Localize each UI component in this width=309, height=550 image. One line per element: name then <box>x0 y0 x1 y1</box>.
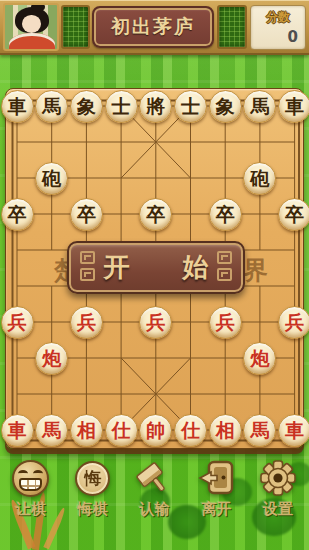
settings-button[interactable]: 设置 <box>247 456 309 526</box>
piece-black-馬[interactable]: 馬 <box>35 90 68 123</box>
piece-black-卒[interactable]: 卒 <box>278 198 309 231</box>
piece-red-炮[interactable]: 炮 <box>243 342 276 375</box>
bamboo-mat-panel-right <box>217 5 247 49</box>
start-button-label: 开 始 <box>81 250 230 285</box>
piece-black-卒[interactable]: 卒 <box>70 198 103 231</box>
player-avatar <box>3 3 59 51</box>
rank-title-panel: 初出茅庐 <box>92 6 214 48</box>
avatar-face <box>22 15 41 33</box>
piece-red-炮[interactable]: 炮 <box>35 342 68 375</box>
piece-red-兵[interactable]: 兵 <box>139 306 172 339</box>
rank-title: 初出茅庐 <box>111 14 195 40</box>
grin-face-icon <box>12 460 49 497</box>
piece-black-卒[interactable]: 卒 <box>209 198 242 231</box>
piece-red-兵[interactable]: 兵 <box>278 306 309 339</box>
undo-move-button[interactable]: 悔 悔棋 <box>62 456 124 526</box>
piece-black-士[interactable]: 士 <box>174 90 207 123</box>
piece-black-卒[interactable]: 卒 <box>139 198 172 231</box>
top-bar: 初出茅庐 分数 0 <box>0 0 309 55</box>
gear-icon <box>257 457 299 499</box>
avatar-robe <box>9 33 55 51</box>
piece-red-兵[interactable]: 兵 <box>209 306 242 339</box>
settings-label: 设置 <box>263 500 293 519</box>
undo-move-label: 悔棋 <box>78 500 108 519</box>
piece-red-車[interactable]: 車 <box>278 414 309 447</box>
white-flag-icon <box>133 457 175 499</box>
bottom-toolbar: 让棋 悔 悔棋 认输 <box>0 456 309 526</box>
concede-label: 让棋 <box>16 500 46 519</box>
piece-black-卒[interactable]: 卒 <box>1 198 34 231</box>
piece-black-車[interactable]: 車 <box>278 90 309 123</box>
piece-red-帥[interactable]: 帥 <box>139 414 172 447</box>
score-value: 0 <box>288 28 298 46</box>
resign-label: 认输 <box>139 500 169 519</box>
piece-red-相[interactable]: 相 <box>70 414 103 447</box>
leave-label: 离开 <box>201 500 231 519</box>
piece-black-砲[interactable]: 砲 <box>243 162 276 195</box>
piece-black-將[interactable]: 將 <box>139 90 172 123</box>
xiangqi-app: 初出茅庐 分数 0 <box>0 0 309 550</box>
meander-decor-right-icon <box>217 251 232 281</box>
piece-black-士[interactable]: 士 <box>105 90 138 123</box>
piece-red-仕[interactable]: 仕 <box>174 414 207 447</box>
leave-button[interactable]: 离开 <box>185 456 247 526</box>
piece-black-砲[interactable]: 砲 <box>35 162 68 195</box>
undo-piece-icon: 悔 <box>75 461 110 496</box>
piece-red-相[interactable]: 相 <box>209 414 242 447</box>
piece-red-仕[interactable]: 仕 <box>105 414 138 447</box>
resign-button[interactable]: 认输 <box>124 456 186 526</box>
exit-door-icon <box>195 457 237 499</box>
piece-red-兵[interactable]: 兵 <box>70 306 103 339</box>
piece-black-車[interactable]: 車 <box>1 90 34 123</box>
piece-red-兵[interactable]: 兵 <box>1 306 34 339</box>
piece-black-馬[interactable]: 馬 <box>243 90 276 123</box>
score-label: 分数 <box>251 9 305 26</box>
meander-decor-left-icon <box>80 251 95 281</box>
concede-button[interactable]: 让棋 <box>0 456 62 526</box>
start-button[interactable]: 开 始 <box>67 241 245 294</box>
piece-black-象[interactable]: 象 <box>209 90 242 123</box>
bamboo-mat-panel-left <box>61 5 90 49</box>
piece-red-馬[interactable]: 馬 <box>35 414 68 447</box>
score-panel: 分数 0 <box>250 5 306 50</box>
piece-red-馬[interactable]: 馬 <box>243 414 276 447</box>
piece-red-車[interactable]: 車 <box>1 414 34 447</box>
piece-black-象[interactable]: 象 <box>70 90 103 123</box>
